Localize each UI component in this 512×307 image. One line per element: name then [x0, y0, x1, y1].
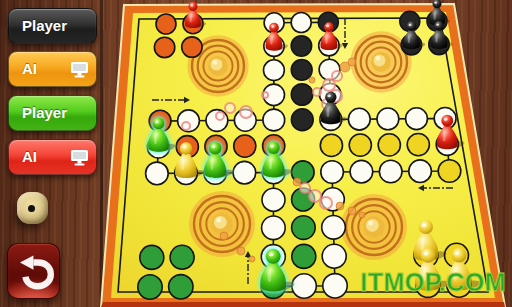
board-cell-1-2 — [154, 37, 174, 57]
board-cell-6-9 — [292, 216, 316, 240]
trail-bubble — [300, 183, 310, 193]
player-button-label: Player — [22, 104, 67, 121]
trail-bubble — [348, 58, 356, 66]
trail-bubble — [359, 212, 365, 218]
player-button-green[interactable]: Player — [8, 95, 97, 131]
player-button-yellow-ai[interactable]: AI — [8, 51, 97, 87]
back-undo-button[interactable] — [7, 243, 60, 299]
trail-bubble — [249, 256, 255, 262]
board-cell-9-6 — [378, 134, 400, 156]
trail-bubble — [323, 79, 335, 91]
board-cell-11-7 — [438, 160, 461, 183]
trail-bubble — [182, 122, 190, 130]
undo-arrow-icon — [16, 254, 54, 290]
trail-bubble — [309, 77, 315, 83]
board-cell-6-11 — [292, 274, 316, 298]
board-cell-5-5 — [263, 109, 285, 131]
player-button-red-ai[interactable]: AI — [8, 139, 97, 175]
watermark-text: ITMOP.COM — [360, 268, 506, 296]
board-cell-1-10 — [140, 245, 164, 269]
board-cell-7-9 — [322, 216, 346, 240]
board-cell-6-5 — [291, 109, 313, 131]
board-cell-7-7 — [321, 161, 344, 184]
board-cell-4-6 — [234, 135, 256, 157]
board-cell-6-1 — [291, 13, 311, 33]
board-cell-6-4 — [291, 84, 312, 105]
player-button-label: AI — [22, 60, 37, 77]
trail-bubble — [320, 197, 332, 209]
board-cell-2-11 — [169, 275, 193, 299]
board-cell-9-7 — [379, 160, 402, 183]
trail-bubble — [309, 190, 321, 202]
board-cell-4-7 — [233, 161, 256, 184]
board-cell-6-3 — [291, 60, 312, 81]
board-cell-10-5 — [406, 108, 428, 130]
board-cell-5-9 — [262, 216, 286, 240]
board-cell-9-5 — [377, 108, 399, 130]
player-button-label: AI — [22, 148, 37, 165]
board-cell-7-10 — [322, 244, 346, 268]
board-cell-6-2 — [291, 36, 311, 56]
computer-monitor-icon — [70, 61, 89, 78]
trail-bubble — [332, 71, 342, 81]
trail-bubble — [293, 178, 301, 186]
computer-monitor-icon — [70, 149, 89, 166]
board-cell-5-3 — [264, 60, 285, 81]
trail-bubble — [225, 103, 235, 113]
trail-bubble — [336, 202, 344, 210]
spiral-decoration — [341, 194, 407, 260]
trail-bubble — [313, 88, 321, 96]
trail-bubble — [220, 232, 228, 240]
board-cell-1-1 — [156, 14, 176, 34]
board-cell-2-10 — [170, 245, 194, 269]
trail-bubble — [240, 106, 252, 118]
player-button-label: Player — [22, 17, 67, 34]
board-cell-8-7 — [350, 160, 373, 183]
die-showing-1[interactable] — [17, 192, 48, 224]
board-cell-2-2 — [182, 37, 202, 57]
trail-bubble — [216, 112, 224, 120]
board-cell-6-10 — [292, 244, 316, 268]
board-cell-7-11 — [323, 274, 347, 298]
player-button-black[interactable]: Player — [8, 8, 97, 44]
board-cell-1-11 — [138, 275, 162, 299]
board-cell-1-7 — [146, 162, 169, 185]
board-cell-8-5 — [348, 108, 370, 130]
trail-bubble — [262, 92, 268, 98]
board-cell-5-8 — [262, 188, 285, 211]
board-cell-7-6 — [320, 134, 342, 156]
board-cell-10-7 — [409, 160, 432, 183]
board-cell-10-6 — [407, 134, 429, 156]
trail-bubble — [348, 207, 356, 215]
trail-bubble — [237, 247, 245, 255]
die-pip — [28, 205, 35, 212]
spiral-decoration — [189, 191, 255, 257]
board-cell-8-6 — [349, 134, 371, 156]
